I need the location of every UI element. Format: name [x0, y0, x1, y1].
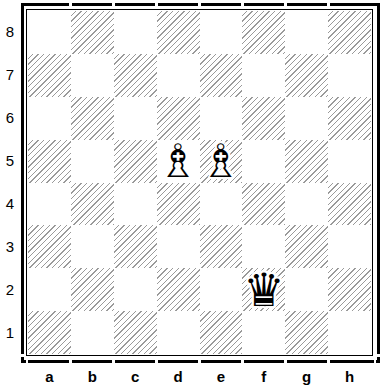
square-h4[interactable]: [328, 183, 371, 226]
square-f1[interactable]: [242, 311, 285, 354]
square-c7[interactable]: [114, 54, 157, 97]
square-b3[interactable]: [71, 225, 114, 268]
square-e1[interactable]: [200, 311, 243, 354]
square-b1[interactable]: [71, 311, 114, 354]
square-e7[interactable]: [200, 54, 243, 97]
border-notch: [198, 3, 201, 6]
border-notch: [284, 360, 287, 363]
border-notch: [155, 360, 158, 363]
square-h1[interactable]: [328, 311, 371, 354]
border-notch: [241, 360, 244, 363]
border-notch: [26, 360, 29, 363]
square-d8[interactable]: [157, 11, 200, 54]
square-f8[interactable]: [242, 11, 285, 54]
piece-white-bishop-d5[interactable]: ♗: [157, 138, 198, 184]
piece-white-bishop-e5[interactable]: ♗: [200, 138, 241, 184]
rank-label-3: 3: [2, 238, 18, 256]
rank-label-2: 2: [2, 281, 18, 299]
file-label-h: h: [328, 368, 371, 386]
square-h6[interactable]: [328, 97, 371, 140]
file-label-g: g: [285, 368, 328, 386]
border-notch: [69, 360, 72, 363]
square-c8[interactable]: [114, 11, 157, 54]
file-label-a: a: [28, 368, 71, 386]
square-f5[interactable]: [242, 140, 285, 183]
square-h3[interactable]: [328, 225, 371, 268]
square-c1[interactable]: [114, 311, 157, 354]
square-g8[interactable]: [285, 11, 328, 54]
border-notch: [377, 354, 380, 357]
square-e4[interactable]: [200, 183, 243, 226]
chess-board: ♗♗♛: [28, 11, 371, 354]
square-c2[interactable]: [114, 268, 157, 311]
square-c6[interactable]: [114, 97, 157, 140]
square-d1[interactable]: [157, 311, 200, 354]
file-label-c: c: [114, 368, 157, 386]
square-g3[interactable]: [285, 225, 328, 268]
square-h2[interactable]: [328, 268, 371, 311]
square-b4[interactable]: [71, 183, 114, 226]
square-d7[interactable]: [157, 54, 200, 97]
square-g5[interactable]: [285, 140, 328, 183]
rank-label-4: 4: [2, 195, 18, 213]
square-f6[interactable]: [242, 97, 285, 140]
square-f7[interactable]: [242, 54, 285, 97]
border-notch: [21, 354, 24, 357]
square-g7[interactable]: [285, 54, 328, 97]
square-c3[interactable]: [114, 225, 157, 268]
file-label-d: d: [157, 368, 200, 386]
border-notch: [112, 360, 115, 363]
square-f2[interactable]: ♛: [242, 268, 285, 311]
square-a1[interactable]: [28, 311, 71, 354]
piece-black-queen-f2[interactable]: ♛: [243, 267, 284, 313]
rank-label-6: 6: [2, 109, 18, 127]
square-c4[interactable]: [114, 183, 157, 226]
square-a7[interactable]: [28, 54, 71, 97]
square-a2[interactable]: [28, 268, 71, 311]
file-label-b: b: [71, 368, 114, 386]
square-f3[interactable]: [242, 225, 285, 268]
square-b6[interactable]: [71, 97, 114, 140]
square-a6[interactable]: [28, 97, 71, 140]
file-label-f: f: [242, 368, 285, 386]
square-d3[interactable]: [157, 225, 200, 268]
square-f4[interactable]: [242, 183, 285, 226]
square-d4[interactable]: [157, 183, 200, 226]
square-e3[interactable]: [200, 225, 243, 268]
square-b2[interactable]: [71, 268, 114, 311]
square-a8[interactable]: [28, 11, 71, 54]
border-notch: [241, 3, 244, 6]
square-a3[interactable]: [28, 225, 71, 268]
border-notch: [374, 360, 377, 363]
chess-diagram: ♗♗♛ 87654321 abcdefgh: [0, 0, 385, 389]
square-d5[interactable]: ♗: [157, 140, 200, 183]
square-h7[interactable]: [328, 54, 371, 97]
rank-label-5: 5: [2, 152, 18, 170]
square-g2[interactable]: [285, 268, 328, 311]
square-b7[interactable]: [71, 54, 114, 97]
square-b8[interactable]: [71, 11, 114, 54]
rank-label-8: 8: [2, 23, 18, 41]
border-notch: [155, 3, 158, 6]
square-h8[interactable]: [328, 11, 371, 54]
border-notch: [112, 3, 115, 6]
rank-label-7: 7: [2, 66, 18, 84]
square-a5[interactable]: [28, 140, 71, 183]
square-d2[interactable]: [157, 268, 200, 311]
square-a4[interactable]: [28, 183, 71, 226]
border-notch: [284, 3, 287, 6]
square-e8[interactable]: [200, 11, 243, 54]
square-g4[interactable]: [285, 183, 328, 226]
square-g1[interactable]: [285, 311, 328, 354]
square-e5[interactable]: ♗: [200, 140, 243, 183]
square-g6[interactable]: [285, 97, 328, 140]
border-notch: [327, 360, 330, 363]
square-c5[interactable]: [114, 140, 157, 183]
border-notch: [198, 360, 201, 363]
file-label-e: e: [200, 368, 243, 386]
border-notch: [327, 3, 330, 6]
square-b5[interactable]: [71, 140, 114, 183]
border-notch: [69, 3, 72, 6]
square-e2[interactable]: [200, 268, 243, 311]
rank-label-1: 1: [2, 324, 18, 342]
square-h5[interactable]: [328, 140, 371, 183]
